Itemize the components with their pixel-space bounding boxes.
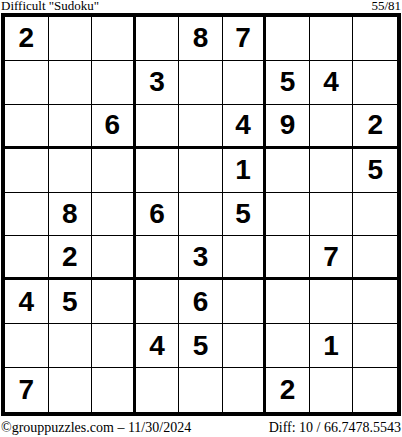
- cell-r8c4: 4: [136, 324, 180, 368]
- cell-r2c5: [179, 61, 223, 105]
- cell-r3c9: 2: [353, 105, 397, 149]
- cell-r6c6: [223, 236, 267, 280]
- cell-r9c7: 2: [266, 368, 310, 412]
- cell-r1c5: 8: [179, 17, 223, 61]
- cell-r2c3: [92, 61, 136, 105]
- cell-r7c1: 4: [5, 280, 49, 324]
- cell-r3c5: [179, 105, 223, 149]
- cell-r1c2: [49, 17, 93, 61]
- cell-r1c4: [136, 17, 180, 61]
- cell-r1c1: 2: [5, 17, 49, 61]
- cell-r9c5: [179, 368, 223, 412]
- cell-r6c3: [92, 236, 136, 280]
- cell-r9c6: [223, 368, 267, 412]
- cell-r7c3: [92, 280, 136, 324]
- cell-r5c2: 8: [49, 193, 93, 237]
- cell-r6c5: 3: [179, 236, 223, 280]
- cell-r4c3: [92, 149, 136, 193]
- cell-r7c7: [266, 280, 310, 324]
- cell-r6c8: 7: [310, 236, 354, 280]
- cell-r3c8: [310, 105, 354, 149]
- cell-r7c9: [353, 280, 397, 324]
- cell-r3c7: 9: [266, 105, 310, 149]
- cell-r8c6: [223, 324, 267, 368]
- cell-r6c9: [353, 236, 397, 280]
- cell-r6c2: 2: [49, 236, 93, 280]
- cell-r9c9: [353, 368, 397, 412]
- cell-r4c7: [266, 149, 310, 193]
- cell-r7c5: 6: [179, 280, 223, 324]
- cell-r7c2: 5: [49, 280, 93, 324]
- cell-r9c1: 7: [5, 368, 49, 412]
- cell-r2c6: [223, 61, 267, 105]
- cell-r8c5: 5: [179, 324, 223, 368]
- empty-cell-counter: 55/81: [371, 0, 401, 12]
- cell-r7c8: [310, 280, 354, 324]
- cell-r1c6: 7: [223, 17, 267, 61]
- cell-r5c3: [92, 193, 136, 237]
- sudoku-page: Difficult "Sudoku" 55/81 287354649215865…: [0, 0, 402, 437]
- header: Difficult "Sudoku" 55/81: [0, 0, 402, 13]
- cell-r4c9: 5: [353, 149, 397, 193]
- cell-r8c1: [5, 324, 49, 368]
- cell-r5c1: [5, 193, 49, 237]
- cell-r6c7: [266, 236, 310, 280]
- cell-r8c3: [92, 324, 136, 368]
- cell-r7c4: [136, 280, 180, 324]
- cell-r8c2: [49, 324, 93, 368]
- cell-r4c6: 1: [223, 149, 267, 193]
- cell-r9c2: [49, 368, 93, 412]
- cell-r4c5: [179, 149, 223, 193]
- cell-r1c8: [310, 17, 354, 61]
- cell-r7c6: [223, 280, 267, 324]
- cell-r2c4: 3: [136, 61, 180, 105]
- cell-r8c9: [353, 324, 397, 368]
- cell-r9c4: [136, 368, 180, 412]
- cell-r4c8: [310, 149, 354, 193]
- copyright-date: ©grouppuzzles.com – 11/30/2024: [1, 420, 191, 435]
- cell-r8c8: 1: [310, 324, 354, 368]
- cell-r5c8: [310, 193, 354, 237]
- cell-r4c1: [5, 149, 49, 193]
- cell-r3c6: 4: [223, 105, 267, 149]
- cell-r4c2: [49, 149, 93, 193]
- cell-r2c9: [353, 61, 397, 105]
- sudoku-board: 28735464921586523745645172: [1, 13, 401, 416]
- cell-r4c4: [136, 149, 180, 193]
- cell-r2c8: 4: [310, 61, 354, 105]
- cell-r5c9: [353, 193, 397, 237]
- difficulty-rating: Diff: 10 / 66.7478.5543: [269, 420, 401, 435]
- cell-r5c5: [179, 193, 223, 237]
- cell-r6c4: [136, 236, 180, 280]
- footer: ©grouppuzzles.com – 11/30/2024 Diff: 10 …: [0, 420, 402, 435]
- cell-r1c9: [353, 17, 397, 61]
- puzzle-title: Difficult "Sudoku": [1, 0, 99, 12]
- cell-r3c1: [5, 105, 49, 149]
- cell-r5c4: 6: [136, 193, 180, 237]
- cell-r9c8: [310, 368, 354, 412]
- cell-r2c1: [5, 61, 49, 105]
- cell-r8c7: [266, 324, 310, 368]
- cell-r2c2: [49, 61, 93, 105]
- cell-r5c7: [266, 193, 310, 237]
- cell-r9c3: [92, 368, 136, 412]
- cell-r1c3: [92, 17, 136, 61]
- cell-r5c6: 5: [223, 193, 267, 237]
- cell-r6c1: [5, 236, 49, 280]
- cell-r3c3: 6: [92, 105, 136, 149]
- cell-r3c2: [49, 105, 93, 149]
- cell-r1c7: [266, 17, 310, 61]
- cell-r3c4: [136, 105, 180, 149]
- cell-r2c7: 5: [266, 61, 310, 105]
